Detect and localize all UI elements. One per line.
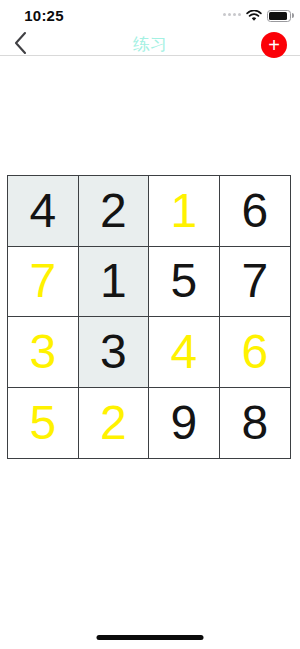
grid-cell-r1c1[interactable]: 4	[8, 176, 79, 247]
grid-cell-r2c3[interactable]: 5	[149, 247, 220, 318]
grid-cell-r4c3[interactable]: 9	[149, 388, 220, 459]
status-icons	[223, 9, 291, 22]
home-indicator[interactable]	[97, 635, 204, 640]
cellular-signal-icon	[223, 13, 241, 18]
grid-cell-r4c1[interactable]: 5	[8, 388, 79, 459]
grid-cell-r2c1[interactable]: 7	[8, 247, 79, 318]
status-time: 10:25	[22, 7, 66, 24]
grid-cell-r4c4[interactable]: 8	[220, 388, 291, 459]
grid-cell-r1c3[interactable]: 1	[149, 176, 220, 247]
grid-cell-r3c4[interactable]: 6	[220, 317, 291, 388]
app-screen: 10:25 练习 + 42	[0, 0, 300, 649]
grid-cell-r1c2[interactable]: 2	[79, 176, 150, 247]
page-title: 练习	[0, 33, 300, 56]
grid-cell-r2c4[interactable]: 7	[220, 247, 291, 318]
nav-bar: 练习 +	[0, 30, 300, 56]
battery-icon	[267, 10, 291, 22]
wifi-icon	[246, 10, 262, 22]
grid-cell-r2c2[interactable]: 1	[79, 247, 150, 318]
grid-cell-r1c4[interactable]: 6	[220, 176, 291, 247]
grid-cell-r3c3[interactable]: 4	[149, 317, 220, 388]
grid-cell-r3c2[interactable]: 3	[79, 317, 150, 388]
grid-cell-r4c2[interactable]: 2	[79, 388, 150, 459]
plus-icon: +	[261, 32, 287, 58]
add-button[interactable]: +	[261, 32, 287, 58]
status-bar: 10:25	[0, 0, 300, 30]
grid-cell-r3c1[interactable]: 3	[8, 317, 79, 388]
number-grid: 4216715733465298	[7, 175, 291, 459]
